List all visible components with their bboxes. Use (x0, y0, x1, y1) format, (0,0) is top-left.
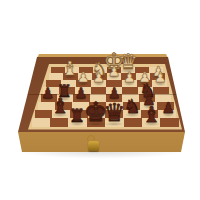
black-knight: ♞ (124, 97, 141, 116)
black-pawn: ♟ (162, 101, 176, 116)
black-bishop: ♝ (51, 95, 70, 116)
white-bishop: ♝ (61, 59, 78, 78)
black-queen: ♛ (103, 101, 125, 126)
white-pawn: ♟ (154, 71, 166, 85)
black-bishop: ♝ (142, 104, 162, 126)
white-pawn: ♟ (92, 71, 104, 85)
pieces-layer: ♚♛♝♞♟♟♟♟♟♟♟♟♜♟♟♞♟♝♞♟♜♚♛♝ (0, 0, 200, 200)
white-pawn: ♟ (108, 65, 120, 79)
white-pawn: ♟ (77, 71, 89, 85)
chess-set-product-photo: ♚♛♝♞♟♟♟♟♟♟♟♟♜♟♟♞♟♝♞♟♜♚♛♝ (0, 0, 200, 200)
white-pawn: ♟ (123, 71, 135, 85)
black-rook: ♜ (69, 107, 85, 125)
